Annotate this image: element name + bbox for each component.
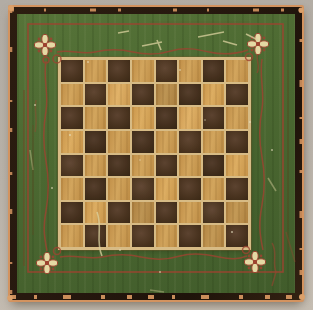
board-square [179,84,201,106]
board-square [108,155,130,177]
board-square [226,155,248,177]
board-square [108,131,130,153]
board-square [108,60,130,82]
board-square [226,178,248,200]
board-square [179,202,201,224]
board-square [226,60,248,82]
board-square [156,225,178,247]
board-square [203,131,225,153]
board-square [85,131,107,153]
board-square [156,107,178,129]
board-square [179,178,201,200]
board-square [203,178,225,200]
board-square [108,107,130,129]
board-square [85,178,107,200]
checkerboard [58,57,251,250]
board-square [132,202,154,224]
board-square [156,178,178,200]
board-square [85,84,107,106]
board-square [132,178,154,200]
board-square [156,131,178,153]
board-square [203,202,225,224]
checkerboard-grid [61,60,248,247]
board-square [61,60,83,82]
board-square [61,178,83,200]
board-square [85,107,107,129]
board-square [226,225,248,247]
board-square [203,84,225,106]
board-square [85,60,107,82]
board-square [61,131,83,153]
board-square [226,107,248,129]
board-square [108,178,130,200]
board-square [108,202,130,224]
board-square [156,84,178,106]
board-square [132,155,154,177]
board-square [61,155,83,177]
board-square [156,155,178,177]
board-square [179,225,201,247]
board-square [108,84,130,106]
board-square [132,107,154,129]
board-square [179,60,201,82]
board-square [132,131,154,153]
board-square [132,84,154,106]
board-square [203,60,225,82]
board-square [179,107,201,129]
board-square [203,225,225,247]
board-square [203,107,225,129]
board-square [132,225,154,247]
board-square [156,60,178,82]
board-square [85,225,107,247]
board-square [61,84,83,106]
board-square [61,225,83,247]
board-square [179,155,201,177]
board-square [179,131,201,153]
board-square [226,84,248,106]
board-square [61,202,83,224]
board-square [226,202,248,224]
board-square [156,202,178,224]
photo-background [0,0,313,310]
board-square [203,155,225,177]
board-square [226,131,248,153]
board-square [61,107,83,129]
board-square [108,225,130,247]
board-square [85,155,107,177]
board-square [132,60,154,82]
board-square [85,202,107,224]
